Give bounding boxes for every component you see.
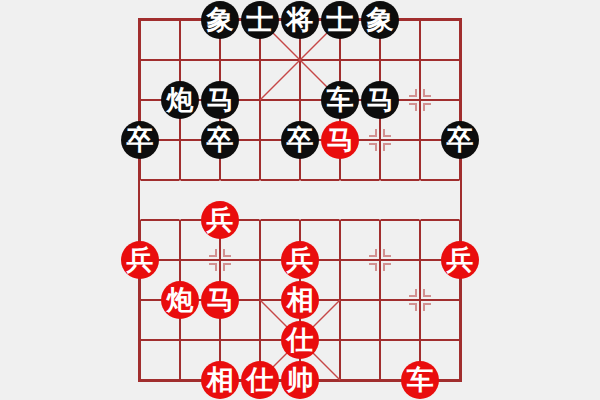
point-marker-corner <box>409 303 417 311</box>
board-cell <box>140 20 180 60</box>
piece-red-soldier[interactable]: 兵 <box>441 241 479 279</box>
river-cell <box>340 180 380 220</box>
piece-red-horse[interactable]: 马 <box>201 281 239 319</box>
point-marker-corner <box>223 249 231 257</box>
point-marker-corner <box>423 103 431 111</box>
point-marker-corner <box>369 129 377 137</box>
point-marker-corner <box>369 249 377 257</box>
point-marker-corner <box>383 129 391 137</box>
piece-red-elephant[interactable]: 相 <box>201 361 239 399</box>
point-marker-corner <box>369 263 377 271</box>
point-marker-corner <box>209 249 217 257</box>
point-marker-corner <box>383 263 391 271</box>
river-cell <box>140 180 180 220</box>
point-marker-icon <box>409 89 431 111</box>
piece-red-soldier[interactable]: 兵 <box>121 241 159 279</box>
piece-black-elephant[interactable]: 象 <box>201 1 239 39</box>
piece-red-horse[interactable]: 马 <box>321 121 359 159</box>
point-marker-corner <box>409 89 417 97</box>
board-cell <box>340 300 380 340</box>
piece-black-advisor[interactable]: 士 <box>321 1 359 39</box>
piece-red-soldier[interactable]: 兵 <box>281 241 319 279</box>
point-marker-corner <box>409 289 417 297</box>
piece-black-chariot[interactable]: 车 <box>321 81 359 119</box>
piece-black-soldier[interactable]: 卒 <box>201 121 239 159</box>
point-marker-corner <box>209 263 217 271</box>
piece-black-general[interactable]: 将 <box>281 1 319 39</box>
point-marker-corner <box>383 143 391 151</box>
point-marker-icon <box>369 249 391 271</box>
point-marker-corner <box>423 289 431 297</box>
point-marker-corner <box>369 143 377 151</box>
xiangqi-stage: 象士将士象炮马车马卒卒卒马卒兵兵兵兵炮马相仕相仕帅车 <box>0 0 600 400</box>
piece-black-soldier[interactable]: 卒 <box>281 121 319 159</box>
piece-red-general[interactable]: 帅 <box>281 361 319 399</box>
piece-red-advisor[interactable]: 仕 <box>281 321 319 359</box>
point-marker-corner <box>223 263 231 271</box>
river-cell <box>300 180 340 220</box>
piece-red-advisor[interactable]: 仕 <box>241 361 279 399</box>
piece-red-cannon[interactable]: 炮 <box>161 281 199 319</box>
piece-black-elephant[interactable]: 象 <box>361 1 399 39</box>
point-marker-icon <box>369 129 391 151</box>
piece-red-elephant[interactable]: 相 <box>281 281 319 319</box>
point-marker-icon <box>209 249 231 271</box>
piece-red-soldier[interactable]: 兵 <box>201 201 239 239</box>
board-cell <box>140 340 180 380</box>
river-cell <box>260 180 300 220</box>
piece-black-soldier[interactable]: 卒 <box>441 121 479 159</box>
piece-black-advisor[interactable]: 士 <box>241 1 279 39</box>
point-marker-icon <box>409 289 431 311</box>
piece-black-soldier[interactable]: 卒 <box>121 121 159 159</box>
board-cell <box>420 20 460 60</box>
river-cell <box>420 180 460 220</box>
piece-red-chariot[interactable]: 车 <box>401 361 439 399</box>
point-marker-corner <box>423 89 431 97</box>
piece-black-cannon[interactable]: 炮 <box>161 81 199 119</box>
piece-black-horse[interactable]: 马 <box>201 81 239 119</box>
point-marker-corner <box>409 103 417 111</box>
piece-black-horse[interactable]: 马 <box>361 81 399 119</box>
point-marker-corner <box>423 303 431 311</box>
board-cell <box>260 60 300 100</box>
point-marker-corner <box>383 249 391 257</box>
river-cell <box>380 180 420 220</box>
board-cell <box>340 340 380 380</box>
